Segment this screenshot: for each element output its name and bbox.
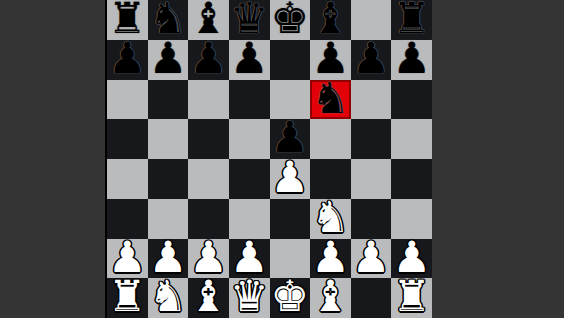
white-bishop-icon[interactable]: ♝ [311,277,350,317]
square-d1[interactable]: ♛ [229,278,270,318]
square-a7[interactable]: ♟ [107,40,148,80]
white-king-icon[interactable]: ♚ [271,277,310,317]
square-b1[interactable]: ♞ [148,278,189,318]
black-pawn-icon[interactable]: ♟ [230,39,269,79]
black-king-icon[interactable]: ♚ [271,0,310,39]
square-e8[interactable]: ♚ [270,0,311,40]
white-knight-icon[interactable]: ♞ [149,277,188,317]
square-b5[interactable] [148,119,189,159]
square-c4[interactable] [188,159,229,199]
chess-board: ♜♞♝♛♚♝♜♟♟♟♟♟♟♟♞♟♟♞♟♟♟♟♟♟♟♜♞♝♛♚♝♜ [105,0,432,318]
white-queen-icon[interactable]: ♛ [230,277,269,317]
white-pawn-icon[interactable]: ♟ [271,158,310,198]
square-g5[interactable] [351,119,392,159]
square-b4[interactable] [148,159,189,199]
square-g6[interactable] [351,80,392,120]
square-e1[interactable]: ♚ [270,278,311,318]
square-e3[interactable] [270,199,311,239]
white-bishop-icon[interactable]: ♝ [189,277,228,317]
square-e4[interactable]: ♟ [270,159,311,199]
white-rook-icon[interactable]: ♜ [108,277,147,317]
black-pawn-icon[interactable]: ♟ [392,39,431,79]
black-knight-icon[interactable]: ♞ [311,79,350,119]
square-h5[interactable] [391,119,432,159]
square-g7[interactable]: ♟ [351,40,392,80]
black-pawn-icon[interactable]: ♟ [189,39,228,79]
black-pawn-icon[interactable]: ♟ [108,39,147,79]
square-c1[interactable]: ♝ [188,278,229,318]
white-pawn-icon[interactable]: ♟ [352,238,391,278]
square-a4[interactable] [107,159,148,199]
square-b6[interactable] [148,80,189,120]
square-g4[interactable] [351,159,392,199]
square-g1[interactable] [351,278,392,318]
square-d4[interactable] [229,159,270,199]
square-h1[interactable]: ♜ [391,278,432,318]
white-rook-icon[interactable]: ♜ [392,277,431,317]
square-c7[interactable]: ♟ [188,40,229,80]
square-h4[interactable] [391,159,432,199]
square-d7[interactable]: ♟ [229,40,270,80]
square-f5[interactable] [310,119,351,159]
black-pawn-icon[interactable]: ♟ [149,39,188,79]
square-g2[interactable]: ♟ [351,239,392,279]
square-e7[interactable] [270,40,311,80]
square-h7[interactable]: ♟ [391,40,432,80]
black-pawn-icon[interactable]: ♟ [352,39,391,79]
square-b7[interactable]: ♟ [148,40,189,80]
square-f1[interactable]: ♝ [310,278,351,318]
square-a1[interactable]: ♜ [107,278,148,318]
square-c5[interactable] [188,119,229,159]
square-c6[interactable] [188,80,229,120]
square-h6[interactable] [391,80,432,120]
square-d5[interactable] [229,119,270,159]
square-d6[interactable] [229,80,270,120]
app-background: { "game": "chess", "position": { "fen": … [0,0,564,318]
square-f6[interactable]: ♞ [310,80,351,120]
square-a5[interactable] [107,119,148,159]
square-a6[interactable] [107,80,148,120]
